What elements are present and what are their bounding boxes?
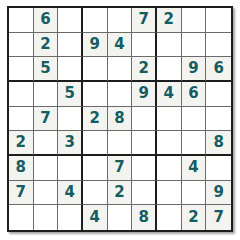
cell-r2c5-given[interactable]: 4 <box>108 33 133 58</box>
cell-r7c3-empty[interactable] <box>58 156 83 181</box>
cell-r8c4-empty[interactable] <box>83 181 108 206</box>
cell-r7c5-given[interactable]: 7 <box>108 156 133 181</box>
cell-r6c7-empty[interactable] <box>157 131 182 156</box>
cell-r4c9-empty[interactable] <box>206 82 231 107</box>
cell-r9c2-empty[interactable] <box>34 205 59 230</box>
cell-r5c6-empty[interactable] <box>132 107 157 132</box>
cell-r3c4-empty[interactable] <box>83 57 108 82</box>
cell-r6c6-empty[interactable] <box>132 131 157 156</box>
cell-r2c2-given[interactable]: 2 <box>34 33 59 58</box>
cell-r4c2-empty[interactable] <box>34 82 59 107</box>
cell-r9c7-empty[interactable] <box>157 205 182 230</box>
cell-r2c4-given[interactable]: 9 <box>83 33 108 58</box>
cell-r1c2-given[interactable]: 6 <box>34 8 59 33</box>
cell-r6c3-given[interactable]: 3 <box>58 131 83 156</box>
cell-r3c1-empty[interactable] <box>9 57 34 82</box>
cell-r4c8-given[interactable]: 6 <box>182 82 207 107</box>
cell-r7c9-empty[interactable] <box>206 156 231 181</box>
cell-r6c9-given[interactable]: 8 <box>206 131 231 156</box>
cell-r6c4-empty[interactable] <box>83 131 108 156</box>
cell-r3c2-given[interactable]: 5 <box>34 57 59 82</box>
cell-r5c4-given[interactable]: 2 <box>83 107 108 132</box>
cell-r8c2-empty[interactable] <box>34 181 59 206</box>
cell-r4c1-empty[interactable] <box>9 82 34 107</box>
cell-r5c7-empty[interactable] <box>157 107 182 132</box>
cell-r2c8-empty[interactable] <box>182 33 207 58</box>
cell-r4c3-given[interactable]: 5 <box>58 82 83 107</box>
cell-r6c8-empty[interactable] <box>182 131 207 156</box>
cell-r1c1-empty[interactable] <box>9 8 34 33</box>
cell-r7c1-given[interactable]: 8 <box>9 156 34 181</box>
sudoku-board: 6722945296594672823887474294827 <box>7 6 233 232</box>
cell-r6c5-empty[interactable] <box>108 131 133 156</box>
cell-r9c8-given[interactable]: 2 <box>182 205 207 230</box>
cell-r3c7-empty[interactable] <box>157 57 182 82</box>
cell-r1c4-empty[interactable] <box>83 8 108 33</box>
cell-r1c9-empty[interactable] <box>206 8 231 33</box>
cell-r2c3-empty[interactable] <box>58 33 83 58</box>
cell-r5c3-empty[interactable] <box>58 107 83 132</box>
sudoku-page: 6722945296594672823887474294827 <box>0 0 240 240</box>
cell-r3c9-given[interactable]: 6 <box>206 57 231 82</box>
cell-r6c2-empty[interactable] <box>34 131 59 156</box>
cell-r3c3-empty[interactable] <box>58 57 83 82</box>
cell-r8c9-given[interactable]: 9 <box>206 181 231 206</box>
cell-r7c2-empty[interactable] <box>34 156 59 181</box>
cell-r4c4-empty[interactable] <box>83 82 108 107</box>
cell-r9c4-given[interactable]: 4 <box>83 205 108 230</box>
cell-r6c1-given[interactable]: 2 <box>9 131 34 156</box>
cell-r5c2-given[interactable]: 7 <box>34 107 59 132</box>
cell-r9c3-empty[interactable] <box>58 205 83 230</box>
cell-r2c1-empty[interactable] <box>9 33 34 58</box>
cell-r9c5-empty[interactable] <box>108 205 133 230</box>
cell-r5c9-empty[interactable] <box>206 107 231 132</box>
cell-r2c9-empty[interactable] <box>206 33 231 58</box>
cell-r8c7-empty[interactable] <box>157 181 182 206</box>
cell-r1c7-given[interactable]: 2 <box>157 8 182 33</box>
cell-r9c6-given[interactable]: 8 <box>132 205 157 230</box>
cell-r7c6-empty[interactable] <box>132 156 157 181</box>
cell-r4c5-empty[interactable] <box>108 82 133 107</box>
cell-r2c6-empty[interactable] <box>132 33 157 58</box>
cell-r3c6-given[interactable]: 2 <box>132 57 157 82</box>
cell-r7c4-empty[interactable] <box>83 156 108 181</box>
cell-r8c6-empty[interactable] <box>132 181 157 206</box>
cell-r7c7-empty[interactable] <box>157 156 182 181</box>
cell-r4c6-given[interactable]: 9 <box>132 82 157 107</box>
cell-r1c5-empty[interactable] <box>108 8 133 33</box>
cell-r8c1-given[interactable]: 7 <box>9 181 34 206</box>
cell-r9c9-given[interactable]: 7 <box>206 205 231 230</box>
cell-r1c6-given[interactable]: 7 <box>132 8 157 33</box>
cell-r5c1-empty[interactable] <box>9 107 34 132</box>
cell-r3c8-given[interactable]: 9 <box>182 57 207 82</box>
cell-r7c8-given[interactable]: 4 <box>182 156 207 181</box>
cell-r9c1-empty[interactable] <box>9 205 34 230</box>
cell-r1c3-empty[interactable] <box>58 8 83 33</box>
cell-r2c7-empty[interactable] <box>157 33 182 58</box>
cell-r8c5-given[interactable]: 2 <box>108 181 133 206</box>
cell-r8c8-empty[interactable] <box>182 181 207 206</box>
cell-r3c5-empty[interactable] <box>108 57 133 82</box>
cell-r5c8-empty[interactable] <box>182 107 207 132</box>
cell-r1c8-empty[interactable] <box>182 8 207 33</box>
cell-r5c5-given[interactable]: 8 <box>108 107 133 132</box>
cell-r8c3-given[interactable]: 4 <box>58 181 83 206</box>
cell-r4c7-given[interactable]: 4 <box>157 82 182 107</box>
